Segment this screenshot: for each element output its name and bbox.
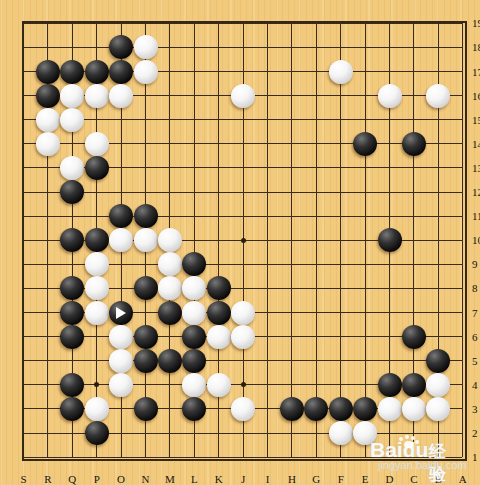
white-stone	[85, 84, 109, 108]
column-label: Q	[62, 473, 82, 485]
black-stone	[60, 325, 84, 349]
row-label: 19	[472, 17, 480, 29]
white-stone	[426, 373, 450, 397]
row-label: 16	[472, 90, 480, 102]
column-label: L	[184, 473, 204, 485]
row-label: 17	[472, 66, 480, 78]
row-label: 13	[472, 162, 480, 174]
black-stone	[60, 301, 84, 325]
white-stone	[231, 84, 255, 108]
row-label: 8	[472, 282, 478, 294]
white-stone	[109, 373, 133, 397]
column-label: D	[380, 473, 400, 485]
black-stone	[182, 325, 206, 349]
white-stone	[109, 349, 133, 373]
black-stone	[134, 349, 158, 373]
column-label: I	[258, 473, 278, 485]
white-stone	[85, 276, 109, 300]
black-stone	[402, 373, 426, 397]
row-label: 2	[472, 427, 478, 439]
black-stone	[85, 421, 109, 445]
black-stone	[85, 156, 109, 180]
row-label: 14	[472, 138, 480, 150]
column-label: N	[136, 473, 156, 485]
star-point	[241, 238, 246, 243]
white-stone	[109, 84, 133, 108]
column-label: G	[306, 473, 326, 485]
row-label: 15	[472, 114, 480, 126]
white-stone	[353, 421, 377, 445]
black-stone	[134, 204, 158, 228]
white-stone	[85, 132, 109, 156]
black-stone	[134, 325, 158, 349]
black-stone	[134, 397, 158, 421]
column-label: F	[331, 473, 351, 485]
white-stone	[134, 60, 158, 84]
row-label: 12	[472, 186, 480, 198]
black-stone	[60, 60, 84, 84]
black-stone	[109, 60, 133, 84]
white-stone	[231, 397, 255, 421]
white-stone	[109, 325, 133, 349]
row-label: 5	[472, 355, 478, 367]
white-stone	[329, 60, 353, 84]
white-stone	[60, 108, 84, 132]
black-stone	[402, 325, 426, 349]
row-label: 1	[472, 451, 478, 463]
white-stone	[182, 373, 206, 397]
black-stone	[85, 60, 109, 84]
black-stone	[134, 276, 158, 300]
black-stone	[329, 397, 353, 421]
black-stone	[36, 84, 60, 108]
black-stone	[353, 397, 377, 421]
row-label: 11	[472, 210, 480, 222]
go-board-diagram: SRQPONMLKJIHGFEDCBA191817161514131211109…	[0, 0, 480, 485]
white-stone	[231, 325, 255, 349]
column-label: C	[404, 473, 424, 485]
column-label: A	[453, 473, 473, 485]
black-stone	[378, 373, 402, 397]
black-stone	[353, 132, 377, 156]
column-label: J	[233, 473, 253, 485]
white-stone	[182, 301, 206, 325]
white-stone	[85, 252, 109, 276]
black-stone	[85, 228, 109, 252]
black-stone	[109, 204, 133, 228]
column-label: E	[355, 473, 375, 485]
white-stone	[158, 228, 182, 252]
white-stone	[207, 373, 231, 397]
black-stone	[182, 349, 206, 373]
row-label: 4	[472, 379, 478, 391]
white-stone	[36, 132, 60, 156]
black-stone	[36, 60, 60, 84]
row-label: 6	[472, 331, 478, 343]
white-stone	[60, 84, 84, 108]
column-label: S	[14, 473, 34, 485]
column-label: O	[111, 473, 131, 485]
column-label: B	[428, 473, 448, 485]
black-stone	[109, 301, 133, 325]
white-stone	[134, 228, 158, 252]
last-move-triangle-marker	[116, 307, 126, 319]
black-stone	[207, 301, 231, 325]
column-label: K	[209, 473, 229, 485]
white-stone	[36, 108, 60, 132]
star-point	[241, 382, 246, 387]
black-stone	[207, 276, 231, 300]
black-stone	[402, 132, 426, 156]
black-stone	[378, 228, 402, 252]
black-stone	[426, 349, 450, 373]
row-label: 3	[472, 403, 478, 415]
white-stone	[134, 35, 158, 59]
row-label: 10	[472, 234, 480, 246]
white-stone	[329, 421, 353, 445]
black-stone	[158, 349, 182, 373]
column-label: M	[160, 473, 180, 485]
white-stone	[207, 325, 231, 349]
white-stone	[85, 301, 109, 325]
white-stone	[85, 397, 109, 421]
column-label: R	[38, 473, 58, 485]
row-label: 18	[472, 41, 480, 53]
white-stone	[231, 301, 255, 325]
row-label: 7	[472, 307, 478, 319]
white-stone	[426, 84, 450, 108]
white-stone	[378, 84, 402, 108]
white-stone	[402, 397, 426, 421]
black-stone	[158, 301, 182, 325]
column-label: P	[87, 473, 107, 485]
black-stone	[60, 373, 84, 397]
row-label: 9	[472, 258, 478, 270]
column-label: H	[282, 473, 302, 485]
black-stone	[280, 397, 304, 421]
white-stone	[378, 397, 402, 421]
